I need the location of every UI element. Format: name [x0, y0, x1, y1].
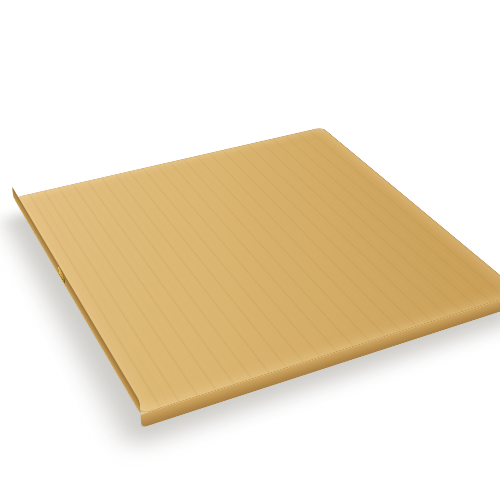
board-top-surface	[13, 127, 500, 414]
mancala-board	[13, 127, 500, 414]
product-photo-scene	[0, 0, 500, 500]
